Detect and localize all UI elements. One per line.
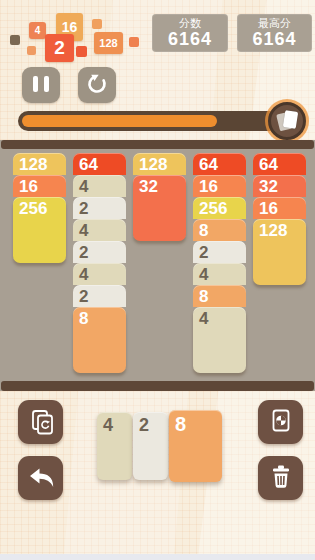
logo-tile-128: 128 bbox=[94, 32, 123, 54]
trash-button[interactable] bbox=[258, 456, 303, 500]
stack-card-4[interactable]: 4 bbox=[73, 263, 126, 285]
score-value: 6164 bbox=[152, 30, 228, 48]
best-score-label: 最高分 bbox=[237, 18, 312, 29]
stack-card-4[interactable]: 4 bbox=[73, 175, 126, 197]
board-column-4[interactable]: 641625682484 bbox=[193, 153, 246, 373]
stack-card-128[interactable]: 128 bbox=[133, 153, 186, 175]
stack-card-16[interactable]: 16 bbox=[193, 175, 246, 197]
stack-card-2[interactable]: 2 bbox=[193, 241, 246, 263]
logo-tile-4: 4 bbox=[29, 22, 46, 39]
stack-card-64[interactable]: 64 bbox=[253, 153, 306, 175]
stack-card-8[interactable]: 8 bbox=[193, 219, 246, 241]
board-column-5[interactable]: 643216128 bbox=[253, 153, 306, 373]
best-score-panel: 最高分 6164 bbox=[237, 14, 312, 52]
best-score-value: 6164 bbox=[237, 30, 312, 48]
logo-square bbox=[10, 35, 20, 45]
stack-card-64[interactable]: 64 bbox=[193, 153, 246, 175]
stack-card-128[interactable]: 128 bbox=[253, 219, 306, 285]
stack-card-16[interactable]: 16 bbox=[13, 175, 66, 197]
stack-card-64[interactable]: 64 bbox=[73, 153, 126, 175]
stack-card-4[interactable]: 4 bbox=[193, 263, 246, 285]
logo-square bbox=[129, 37, 139, 47]
hand-card-2[interactable]: 2 bbox=[133, 412, 168, 480]
bottom-strip bbox=[0, 554, 315, 560]
stack-card-32[interactable]: 32 bbox=[253, 175, 306, 197]
board-columns: 1281625664424242812832641625682484643216… bbox=[13, 153, 306, 373]
card-front-icon bbox=[283, 110, 298, 129]
score-panel: 分数 6164 bbox=[152, 14, 228, 52]
board-column-1[interactable]: 12816256 bbox=[13, 153, 66, 373]
stack-card-32[interactable]: 32 bbox=[133, 175, 186, 241]
logo-tile-2: 2 bbox=[45, 34, 74, 62]
undo-button[interactable] bbox=[18, 456, 63, 500]
hand-card-8[interactable]: 8 bbox=[169, 410, 222, 482]
trash-bin-icon bbox=[267, 463, 295, 494]
stack-card-256[interactable]: 256 bbox=[13, 197, 66, 263]
logo-square bbox=[92, 19, 102, 29]
stack-card-2[interactable]: 2 bbox=[73, 197, 126, 219]
logo-square bbox=[27, 46, 36, 55]
game-screen: 4 16 2 128 分数 6164 最高分 6164 bbox=[0, 0, 315, 560]
restart-button[interactable] bbox=[78, 67, 116, 103]
stack-card-4[interactable]: 4 bbox=[73, 219, 126, 241]
progress-bar bbox=[18, 111, 286, 131]
progress-fill bbox=[22, 115, 217, 127]
board-column-2[interactable]: 644242428 bbox=[73, 153, 126, 373]
board-column-3[interactable]: 12832 bbox=[133, 153, 186, 373]
stack-card-4[interactable]: 4 bbox=[193, 307, 246, 373]
stack-card-256[interactable]: 256 bbox=[193, 197, 246, 219]
stack-card-8[interactable]: 8 bbox=[193, 285, 246, 307]
stack-card-16[interactable]: 16 bbox=[253, 197, 306, 219]
swap-cards-button[interactable] bbox=[18, 400, 63, 444]
board-top-bar bbox=[1, 140, 314, 149]
board-bottom-bar bbox=[1, 381, 314, 391]
swap-cards-icon bbox=[27, 407, 55, 438]
stack-card-128[interactable]: 128 bbox=[13, 153, 66, 175]
wild-card-button[interactable] bbox=[258, 400, 303, 444]
stack-card-2[interactable]: 2 bbox=[73, 285, 126, 307]
board: 1281625664424242812832641625682484643216… bbox=[0, 140, 315, 391]
restart-icon bbox=[85, 72, 109, 99]
pause-button[interactable] bbox=[22, 67, 60, 103]
pause-icon bbox=[30, 76, 52, 95]
score-label: 分数 bbox=[152, 18, 228, 29]
undo-arrow-icon bbox=[26, 464, 56, 493]
hand-card-4[interactable]: 4 bbox=[97, 412, 132, 480]
stack-card-8[interactable]: 8 bbox=[73, 307, 126, 373]
stack-card-2[interactable]: 2 bbox=[73, 241, 126, 263]
deck-knob-button[interactable] bbox=[268, 102, 306, 140]
wild-card-icon bbox=[267, 407, 295, 438]
logo-square bbox=[76, 46, 87, 57]
